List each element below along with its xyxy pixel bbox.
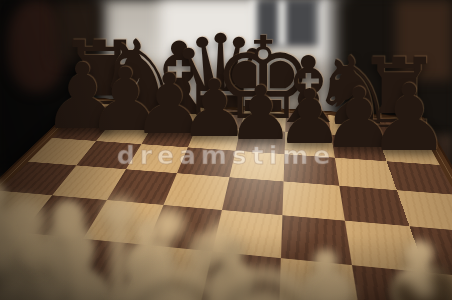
chess-photo: ♜♞♝♛♚♝♞♜♟♟♟♟♟♟♟♟♟♟♟♟♟♟♟♟♜♞♝♛♚♝♞♜ dreamst… bbox=[0, 0, 452, 300]
dreamstime-watermark: dreamstime bbox=[117, 141, 336, 170]
